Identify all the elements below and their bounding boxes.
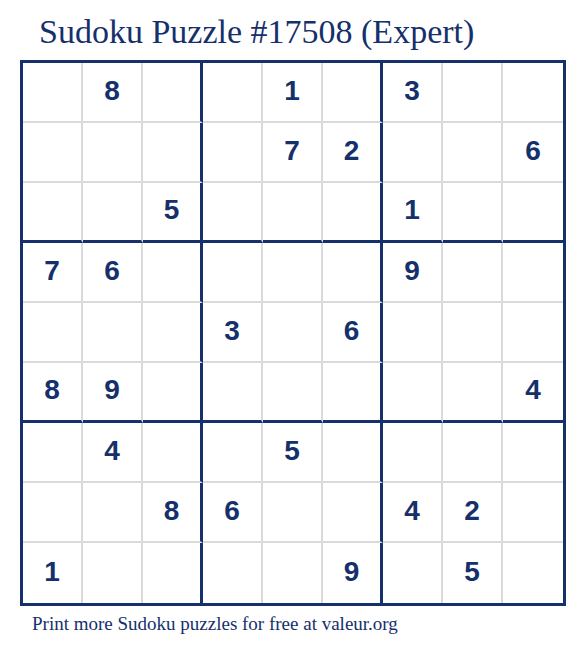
cell-r7c9[interactable] <box>503 423 563 483</box>
cell-r2c5[interactable]: 7 <box>263 123 323 183</box>
cell-r7c4[interactable] <box>203 423 263 483</box>
cell-r9c8[interactable]: 5 <box>443 543 503 603</box>
cell-r9c2[interactable] <box>83 543 143 603</box>
cell-r7c8[interactable] <box>443 423 503 483</box>
cell-r2c9[interactable]: 6 <box>503 123 563 183</box>
sudoku-grid: 8137265176936894458642195 <box>20 60 566 606</box>
cell-r6c7[interactable] <box>383 363 443 423</box>
cell-r3c8[interactable] <box>443 183 503 243</box>
cell-r6c6[interactable] <box>323 363 383 423</box>
cell-r1c5[interactable]: 1 <box>263 63 323 123</box>
cell-r2c3[interactable] <box>143 123 203 183</box>
cell-r9c1[interactable]: 1 <box>23 543 83 603</box>
cell-r5c3[interactable] <box>143 303 203 363</box>
cell-r5c8[interactable] <box>443 303 503 363</box>
cell-r5c2[interactable] <box>83 303 143 363</box>
footer-text: Print more Sudoku puzzles for free at va… <box>32 613 398 635</box>
cell-r6c8[interactable] <box>443 363 503 423</box>
cell-r3c4[interactable] <box>203 183 263 243</box>
cell-r8c8[interactable]: 2 <box>443 483 503 543</box>
cell-r3c5[interactable] <box>263 183 323 243</box>
cell-r1c2[interactable]: 8 <box>83 63 143 123</box>
cell-r4c7[interactable]: 9 <box>383 243 443 303</box>
cell-r4c2[interactable]: 6 <box>83 243 143 303</box>
cell-r2c1[interactable] <box>23 123 83 183</box>
cell-r1c1[interactable] <box>23 63 83 123</box>
cell-r8c9[interactable] <box>503 483 563 543</box>
cell-r5c1[interactable] <box>23 303 83 363</box>
cell-r6c9[interactable]: 4 <box>503 363 563 423</box>
cell-r1c4[interactable] <box>203 63 263 123</box>
cell-r4c5[interactable] <box>263 243 323 303</box>
cell-r4c8[interactable] <box>443 243 503 303</box>
cell-r1c7[interactable]: 3 <box>383 63 443 123</box>
cell-r2c2[interactable] <box>83 123 143 183</box>
cell-r4c3[interactable] <box>143 243 203 303</box>
cell-r3c7[interactable]: 1 <box>383 183 443 243</box>
cell-r4c1[interactable]: 7 <box>23 243 83 303</box>
cell-r7c6[interactable] <box>323 423 383 483</box>
cell-r3c9[interactable] <box>503 183 563 243</box>
cell-r3c6[interactable] <box>323 183 383 243</box>
cell-r8c1[interactable] <box>23 483 83 543</box>
cell-r8c3[interactable]: 8 <box>143 483 203 543</box>
cell-r6c1[interactable]: 8 <box>23 363 83 423</box>
cell-r7c3[interactable] <box>143 423 203 483</box>
cell-r1c8[interactable] <box>443 63 503 123</box>
cell-r5c7[interactable] <box>383 303 443 363</box>
sudoku-page: Sudoku Puzzle #17508 (Expert) 8137265176… <box>0 0 580 651</box>
cell-r7c1[interactable] <box>23 423 83 483</box>
cell-r8c5[interactable] <box>263 483 323 543</box>
cell-r1c9[interactable] <box>503 63 563 123</box>
cell-r2c8[interactable] <box>443 123 503 183</box>
cell-r8c2[interactable] <box>83 483 143 543</box>
cell-r6c2[interactable]: 9 <box>83 363 143 423</box>
cell-r9c6[interactable]: 9 <box>323 543 383 603</box>
cell-r9c9[interactable] <box>503 543 563 603</box>
cell-r2c6[interactable]: 2 <box>323 123 383 183</box>
cell-r4c9[interactable] <box>503 243 563 303</box>
page-title: Sudoku Puzzle #17508 (Expert) <box>39 13 474 51</box>
cell-r9c5[interactable] <box>263 543 323 603</box>
cell-r9c3[interactable] <box>143 543 203 603</box>
cell-r7c7[interactable] <box>383 423 443 483</box>
cell-r5c4[interactable]: 3 <box>203 303 263 363</box>
cell-r3c3[interactable]: 5 <box>143 183 203 243</box>
cell-r8c7[interactable]: 4 <box>383 483 443 543</box>
cell-r9c4[interactable] <box>203 543 263 603</box>
cell-r1c3[interactable] <box>143 63 203 123</box>
cell-r9c7[interactable] <box>383 543 443 603</box>
cell-r8c6[interactable] <box>323 483 383 543</box>
cell-r6c4[interactable] <box>203 363 263 423</box>
cell-r6c3[interactable] <box>143 363 203 423</box>
cell-r5c6[interactable]: 6 <box>323 303 383 363</box>
cell-r4c4[interactable] <box>203 243 263 303</box>
cell-r8c4[interactable]: 6 <box>203 483 263 543</box>
cell-r2c7[interactable] <box>383 123 443 183</box>
cell-r1c6[interactable] <box>323 63 383 123</box>
cell-r7c5[interactable]: 5 <box>263 423 323 483</box>
cell-r4c6[interactable] <box>323 243 383 303</box>
cell-r5c5[interactable] <box>263 303 323 363</box>
cell-r6c5[interactable] <box>263 363 323 423</box>
cell-r2c4[interactable] <box>203 123 263 183</box>
cell-r3c2[interactable] <box>83 183 143 243</box>
cell-r7c2[interactable]: 4 <box>83 423 143 483</box>
cell-r3c1[interactable] <box>23 183 83 243</box>
cell-r5c9[interactable] <box>503 303 563 363</box>
